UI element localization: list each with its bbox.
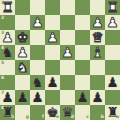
black-pawn-icon[interactable]: ♟	[31, 90, 43, 105]
square-g7[interactable]: ♟	[15, 90, 30, 105]
black-queen-icon[interactable]: ♛	[61, 105, 73, 120]
file-label: f	[42, 115, 44, 120]
square-b5[interactable]	[90, 60, 105, 75]
black-pawn-icon[interactable]: ♟	[46, 75, 58, 90]
black-pawn-icon[interactable]: ♟	[91, 90, 103, 105]
black-pawn-icon[interactable]: ♟	[1, 90, 13, 105]
square-e6[interactable]: ♟	[45, 75, 60, 90]
square-f4[interactable]	[30, 45, 45, 60]
square-b8[interactable]: b	[90, 105, 105, 120]
square-b4[interactable]: ♝	[90, 45, 105, 60]
square-d4[interactable]: ♟	[60, 45, 75, 60]
white-pawn-icon[interactable]: ♟	[31, 15, 43, 30]
black-pawn-icon[interactable]: ♟	[106, 75, 118, 90]
square-c4[interactable]	[75, 45, 90, 60]
square-c5[interactable]	[75, 60, 90, 75]
white-pawn-icon[interactable]: ♟	[106, 15, 118, 30]
square-c7[interactable]: ♟	[75, 90, 90, 105]
square-g8[interactable]: g	[15, 105, 30, 120]
chess-board: 1♜♜2♟♟♟3♟♚♟♛4♞♟♟♝5♞6♞♟♟7♟♟♟♟♟8h♜gfe♚d♛cb…	[0, 0, 120, 120]
square-a6[interactable]: ♟	[105, 75, 120, 90]
square-c2[interactable]	[75, 15, 90, 30]
white-pawn-icon[interactable]: ♟	[61, 45, 73, 60]
black-rook-icon[interactable]: ♜	[106, 105, 118, 120]
square-a8[interactable]: a♜	[105, 105, 120, 120]
rank-label: 6	[1, 76, 4, 81]
white-queen-icon[interactable]: ♛	[91, 30, 103, 45]
square-h5[interactable]: 5	[0, 60, 15, 75]
white-knight-icon[interactable]: ♞	[16, 60, 28, 75]
black-pawn-icon[interactable]: ♟	[16, 90, 28, 105]
file-label: c	[86, 115, 89, 120]
square-a3[interactable]	[105, 30, 120, 45]
rank-label: 2	[1, 16, 4, 21]
white-rook-icon[interactable]: ♜	[1, 0, 13, 15]
square-f2[interactable]: ♟	[30, 15, 45, 30]
square-e4[interactable]	[45, 45, 60, 60]
white-pawn-icon[interactable]: ♟	[1, 30, 13, 45]
file-label: g	[26, 115, 29, 120]
square-c3[interactable]	[75, 30, 90, 45]
square-a4[interactable]	[105, 45, 120, 60]
black-king-icon[interactable]: ♚	[46, 105, 58, 120]
white-pawn-icon[interactable]: ♟	[46, 30, 58, 45]
square-c1[interactable]	[75, 0, 90, 15]
square-f3[interactable]	[30, 30, 45, 45]
square-g5[interactable]: ♞	[15, 60, 30, 75]
black-rook-icon[interactable]: ♜	[1, 105, 13, 120]
black-pawn-icon[interactable]: ♟	[76, 90, 88, 105]
square-h4[interactable]: 4♞	[0, 45, 15, 60]
square-e1[interactable]	[45, 0, 60, 15]
square-d1[interactable]	[60, 0, 75, 15]
white-pawn-icon[interactable]: ♟	[16, 45, 28, 60]
square-d8[interactable]: d♛	[60, 105, 75, 120]
square-h1[interactable]: 1♜	[0, 0, 15, 15]
square-h8[interactable]: 8h♜	[0, 105, 15, 120]
white-bishop-icon[interactable]: ♝	[91, 45, 103, 60]
square-e8[interactable]: e♚	[45, 105, 60, 120]
square-c8[interactable]: c	[75, 105, 90, 120]
white-king-icon[interactable]: ♚	[16, 30, 28, 45]
square-e3[interactable]: ♟	[45, 30, 60, 45]
black-knight-icon[interactable]: ♞	[31, 75, 43, 90]
black-knight-icon[interactable]: ♞	[1, 45, 13, 60]
square-b7[interactable]: ♟	[90, 90, 105, 105]
file-label: b	[101, 115, 104, 120]
white-pawn-icon[interactable]: ♟	[91, 15, 103, 30]
square-f7[interactable]: ♟	[30, 90, 45, 105]
square-d6[interactable]	[60, 75, 75, 90]
square-f8[interactable]: f	[30, 105, 45, 120]
square-d2[interactable]	[60, 15, 75, 30]
white-rook-icon[interactable]: ♜	[106, 0, 118, 15]
square-d5[interactable]	[60, 60, 75, 75]
square-a2[interactable]: ♟	[105, 15, 120, 30]
rank-label: 5	[1, 61, 4, 66]
square-g1[interactable]	[15, 0, 30, 15]
